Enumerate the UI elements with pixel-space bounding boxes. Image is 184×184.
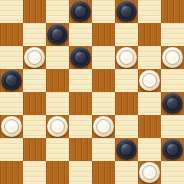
square-d3 (69, 115, 92, 138)
square-b6[interactable] (23, 46, 46, 69)
white-man-a3[interactable] (1, 116, 22, 137)
square-f5 (115, 69, 138, 92)
square-d6[interactable] (69, 46, 92, 69)
square-e8 (92, 0, 115, 23)
square-c2 (46, 138, 69, 161)
square-e7[interactable] (92, 23, 115, 46)
square-e3[interactable] (92, 115, 115, 138)
white-man-g1[interactable] (139, 162, 160, 183)
square-b7 (23, 23, 46, 46)
square-f4[interactable] (115, 92, 138, 115)
white-man-c3[interactable] (47, 116, 68, 137)
white-man-h6[interactable] (162, 47, 183, 68)
white-man-b6[interactable] (24, 47, 45, 68)
square-c8 (46, 0, 69, 23)
square-h5 (161, 69, 184, 92)
square-a1[interactable] (0, 161, 23, 184)
square-e4 (92, 92, 115, 115)
square-b3 (23, 115, 46, 138)
square-h2[interactable] (161, 138, 184, 161)
square-b4[interactable] (23, 92, 46, 115)
white-man-e3[interactable] (93, 116, 114, 137)
square-e2 (92, 138, 115, 161)
square-e6 (92, 46, 115, 69)
square-d8[interactable] (69, 0, 92, 23)
square-a2 (0, 138, 23, 161)
square-g1[interactable] (138, 161, 161, 184)
square-f6[interactable] (115, 46, 138, 69)
square-a8 (0, 0, 23, 23)
square-a7[interactable] (0, 23, 23, 46)
square-d4[interactable] (69, 92, 92, 115)
square-g5[interactable] (138, 69, 161, 92)
square-h3 (161, 115, 184, 138)
checkers-board (0, 0, 184, 184)
square-e5[interactable] (92, 69, 115, 92)
square-h4[interactable] (161, 92, 184, 115)
square-a4 (0, 92, 23, 115)
square-g2 (138, 138, 161, 161)
square-f1 (115, 161, 138, 184)
square-f3 (115, 115, 138, 138)
square-c7[interactable] (46, 23, 69, 46)
square-a3[interactable] (0, 115, 23, 138)
square-g4 (138, 92, 161, 115)
square-b8[interactable] (23, 0, 46, 23)
square-c6 (46, 46, 69, 69)
black-man-f8[interactable] (116, 1, 137, 22)
white-man-g5[interactable] (139, 70, 160, 91)
square-c5[interactable] (46, 69, 69, 92)
black-man-d8[interactable] (70, 1, 91, 22)
square-g7[interactable] (138, 23, 161, 46)
square-d2[interactable] (69, 138, 92, 161)
black-man-h4[interactable] (162, 93, 183, 114)
black-man-a5[interactable] (1, 70, 22, 91)
square-e1[interactable] (92, 161, 115, 184)
square-g6 (138, 46, 161, 69)
square-f7 (115, 23, 138, 46)
square-b1 (23, 161, 46, 184)
square-b2[interactable] (23, 138, 46, 161)
black-man-c7[interactable] (47, 24, 68, 45)
white-man-f6[interactable] (116, 47, 137, 68)
black-man-h2[interactable] (162, 139, 183, 160)
square-c1[interactable] (46, 161, 69, 184)
square-d7 (69, 23, 92, 46)
square-f2[interactable] (115, 138, 138, 161)
square-b5 (23, 69, 46, 92)
square-c3[interactable] (46, 115, 69, 138)
black-man-d6[interactable] (70, 47, 91, 68)
square-h7 (161, 23, 184, 46)
square-h8[interactable] (161, 0, 184, 23)
square-a5[interactable] (0, 69, 23, 92)
square-a6 (0, 46, 23, 69)
square-d5 (69, 69, 92, 92)
black-man-f2[interactable] (116, 139, 137, 160)
square-g3[interactable] (138, 115, 161, 138)
square-c4 (46, 92, 69, 115)
square-g8 (138, 0, 161, 23)
square-h6[interactable] (161, 46, 184, 69)
square-f8[interactable] (115, 0, 138, 23)
square-d1 (69, 161, 92, 184)
square-h1 (161, 161, 184, 184)
